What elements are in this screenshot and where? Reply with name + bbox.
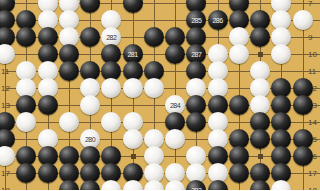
row-label-right: 7: [308, 0, 320, 8]
move-number: 282: [106, 34, 116, 41]
row-label-right: 10: [308, 50, 320, 59]
stone-white[interactable]: [101, 180, 121, 190]
move-number: 284: [170, 102, 180, 109]
stone-white[interactable]: [165, 129, 185, 149]
stone-black[interactable]: [293, 146, 313, 166]
stone-white[interactable]: [123, 78, 143, 98]
row-label-right: 11: [308, 67, 320, 76]
stone-black[interactable]: [165, 44, 185, 64]
stone-black[interactable]: [123, 0, 143, 13]
stone-black[interactable]: [186, 112, 206, 132]
star-point: [131, 154, 136, 159]
stone-white[interactable]: [144, 78, 164, 98]
stone-white[interactable]: [0, 146, 15, 166]
row-label-left: 12: [1, 84, 13, 93]
stone-black[interactable]: 286: [208, 10, 228, 30]
stone-white[interactable]: [101, 112, 121, 132]
stone-white[interactable]: [293, 10, 313, 30]
move-number: 285: [191, 17, 201, 24]
stone-black[interactable]: [80, 27, 100, 47]
stone-black[interactable]: [293, 95, 313, 115]
stone-black[interactable]: [59, 180, 79, 190]
stone-black[interactable]: [250, 180, 270, 190]
move-number: 286: [212, 17, 222, 24]
stone-black[interactable]: [229, 95, 249, 115]
stone-white[interactable]: [16, 112, 36, 132]
star-point: [258, 52, 263, 57]
stone-black[interactable]: [208, 180, 228, 190]
stone-black[interactable]: [80, 0, 100, 13]
move-number: 280: [85, 136, 95, 143]
move-number: 281: [127, 51, 137, 58]
move-number: 283: [191, 187, 201, 191]
stone-black[interactable]: [144, 27, 164, 47]
stone-white[interactable]: [271, 180, 291, 190]
row-label-left: 13: [1, 101, 13, 110]
row-label-left: 11: [1, 67, 13, 76]
stone-white[interactable]: [123, 180, 143, 190]
stone-white[interactable]: [0, 44, 15, 64]
row-label-right: 17: [308, 169, 320, 178]
go-board: 7788991010111112121313141415151616171718…: [0, 0, 320, 190]
row-label-left: 18: [1, 186, 13, 190]
row-label-right: 18: [308, 186, 320, 190]
stone-black[interactable]: [250, 27, 270, 47]
star-point: [258, 154, 263, 159]
stone-black[interactable]: [59, 61, 79, 81]
stone-white[interactable]: [144, 180, 164, 190]
stone-black[interactable]: [38, 163, 58, 183]
stone-black[interactable]: [80, 180, 100, 190]
stone-white[interactable]: [59, 112, 79, 132]
stone-black[interactable]: [16, 163, 36, 183]
move-number: 287: [191, 51, 201, 58]
stone-white[interactable]: [80, 95, 100, 115]
stone-white[interactable]: [101, 78, 121, 98]
stone-white[interactable]: [229, 44, 249, 64]
row-label-right: 9: [308, 33, 320, 42]
stone-black[interactable]: 283: [186, 180, 206, 190]
stone-white[interactable]: [123, 129, 143, 149]
stone-black[interactable]: [38, 95, 58, 115]
stone-white[interactable]: [271, 44, 291, 64]
stone-black[interactable]: [250, 129, 270, 149]
row-label-right: 14: [308, 118, 320, 127]
row-label-left: 17: [1, 169, 13, 178]
stone-black[interactable]: [229, 163, 249, 183]
stone-white[interactable]: [165, 180, 185, 190]
stone-black[interactable]: [16, 27, 36, 47]
